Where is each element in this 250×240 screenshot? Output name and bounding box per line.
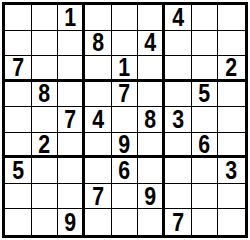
cell-r7c7[interactable]	[165, 158, 192, 184]
cell-r4c3[interactable]	[58, 82, 85, 108]
cell-r6c6[interactable]	[138, 133, 165, 159]
cell-r3c2[interactable]	[32, 56, 59, 82]
cell-r8c4: 7	[85, 184, 112, 210]
given-digit: 8	[92, 31, 104, 57]
cell-r9c2[interactable]	[32, 209, 59, 235]
cell-r6c1[interactable]	[5, 133, 32, 159]
cell-r6c9[interactable]	[218, 133, 245, 159]
cell-r4c8: 5	[192, 82, 219, 108]
cell-r2c4: 8	[85, 31, 112, 57]
given-digit: 3	[226, 158, 238, 184]
given-digit: 8	[39, 82, 51, 108]
given-digit: 4	[144, 31, 156, 57]
cell-r6c4[interactable]	[85, 133, 112, 159]
cell-r4c1[interactable]	[5, 82, 32, 108]
cell-r7c1: 5	[5, 158, 32, 184]
cell-r6c7[interactable]	[165, 133, 192, 159]
cell-r9c4[interactable]	[85, 209, 112, 235]
cell-r2c1[interactable]	[5, 31, 32, 57]
cell-r7c8[interactable]	[192, 158, 219, 184]
given-digit: 2	[226, 56, 238, 81]
given-digit: 7	[12, 56, 24, 81]
cell-r4c7[interactable]	[165, 82, 192, 108]
given-digit: 1	[64, 5, 76, 31]
cell-r3c4[interactable]	[85, 56, 112, 82]
given-digit: 8	[144, 107, 156, 133]
cell-r1c2[interactable]	[32, 5, 59, 31]
cell-r9c8[interactable]	[192, 209, 219, 235]
cell-r6c2: 2	[32, 133, 59, 159]
cell-r1c3: 1	[58, 5, 85, 31]
sudoku-board: 148471287574832965637997	[2, 2, 248, 238]
cell-r2c6: 4	[138, 31, 165, 57]
cell-r1c6[interactable]	[138, 5, 165, 31]
cell-r1c1[interactable]	[5, 5, 32, 31]
cell-r7c4[interactable]	[85, 158, 112, 184]
given-digit: 4	[92, 107, 104, 133]
cell-r2c8[interactable]	[192, 31, 219, 57]
cell-r2c2[interactable]	[32, 31, 59, 57]
cell-r9c9[interactable]	[218, 209, 245, 235]
cell-r9c5[interactable]	[112, 209, 139, 235]
cell-r9c6[interactable]	[138, 209, 165, 235]
cell-r5c9[interactable]	[218, 107, 245, 133]
cell-r2c7[interactable]	[165, 31, 192, 57]
cell-r3c8[interactable]	[192, 56, 219, 82]
cell-r7c6[interactable]	[138, 158, 165, 184]
cell-r5c8[interactable]	[192, 107, 219, 133]
cell-r9c3: 9	[58, 209, 85, 235]
given-digit: 9	[119, 133, 131, 158]
cell-r5c3: 7	[58, 107, 85, 133]
cell-r4c9[interactable]	[218, 82, 245, 108]
cell-r7c3[interactable]	[58, 158, 85, 184]
given-digit: 2	[39, 133, 51, 158]
cell-r1c4[interactable]	[85, 5, 112, 31]
cell-r8c9[interactable]	[218, 184, 245, 210]
given-digit: 7	[119, 82, 131, 108]
cell-r5c4: 4	[85, 107, 112, 133]
cell-r3c9: 2	[218, 56, 245, 82]
given-digit: 9	[144, 184, 156, 210]
cell-r4c6[interactable]	[138, 82, 165, 108]
cell-r8c8[interactable]	[192, 184, 219, 210]
cell-r5c6: 8	[138, 107, 165, 133]
cell-r3c1: 7	[5, 56, 32, 82]
cell-r1c5[interactable]	[112, 5, 139, 31]
cell-r1c8[interactable]	[192, 5, 219, 31]
cell-r4c5: 7	[112, 82, 139, 108]
cell-r9c7: 7	[165, 209, 192, 235]
cell-r7c2[interactable]	[32, 158, 59, 184]
given-digit: 7	[64, 107, 76, 133]
cell-r5c1[interactable]	[5, 107, 32, 133]
given-digit: 7	[92, 184, 104, 210]
cell-r7c5: 6	[112, 158, 139, 184]
given-digit: 5	[12, 158, 24, 184]
given-digit: 6	[199, 133, 211, 158]
cell-r4c4[interactable]	[85, 82, 112, 108]
cell-r5c7: 3	[165, 107, 192, 133]
cell-r3c7[interactable]	[165, 56, 192, 82]
given-digit: 5	[199, 82, 211, 108]
cell-r4c2: 8	[32, 82, 59, 108]
cell-r8c7[interactable]	[165, 184, 192, 210]
cell-r1c7: 4	[165, 5, 192, 31]
given-digit: 4	[172, 5, 184, 31]
cell-r7c9: 3	[218, 158, 245, 184]
cell-r1c9[interactable]	[218, 5, 245, 31]
given-digit: 9	[64, 209, 76, 235]
given-digit: 3	[172, 107, 184, 133]
cell-r3c3[interactable]	[58, 56, 85, 82]
cell-r8c1[interactable]	[5, 184, 32, 210]
cell-r3c5: 1	[112, 56, 139, 82]
cell-r2c5[interactable]	[112, 31, 139, 57]
cell-r6c3[interactable]	[58, 133, 85, 159]
cell-r6c5: 9	[112, 133, 139, 159]
cell-r8c3[interactable]	[58, 184, 85, 210]
cell-r3c6[interactable]	[138, 56, 165, 82]
cell-r2c9[interactable]	[218, 31, 245, 57]
cell-r8c2[interactable]	[32, 184, 59, 210]
given-digit: 1	[119, 56, 131, 81]
given-digit: 6	[119, 158, 131, 184]
cell-r5c5[interactable]	[112, 107, 139, 133]
cell-r2c3[interactable]	[58, 31, 85, 57]
cell-r5c2[interactable]	[32, 107, 59, 133]
cell-r9c1[interactable]	[5, 209, 32, 235]
cell-r8c6: 9	[138, 184, 165, 210]
cell-r6c8: 6	[192, 133, 219, 159]
cell-r8c5[interactable]	[112, 184, 139, 210]
given-digit: 7	[172, 209, 184, 235]
